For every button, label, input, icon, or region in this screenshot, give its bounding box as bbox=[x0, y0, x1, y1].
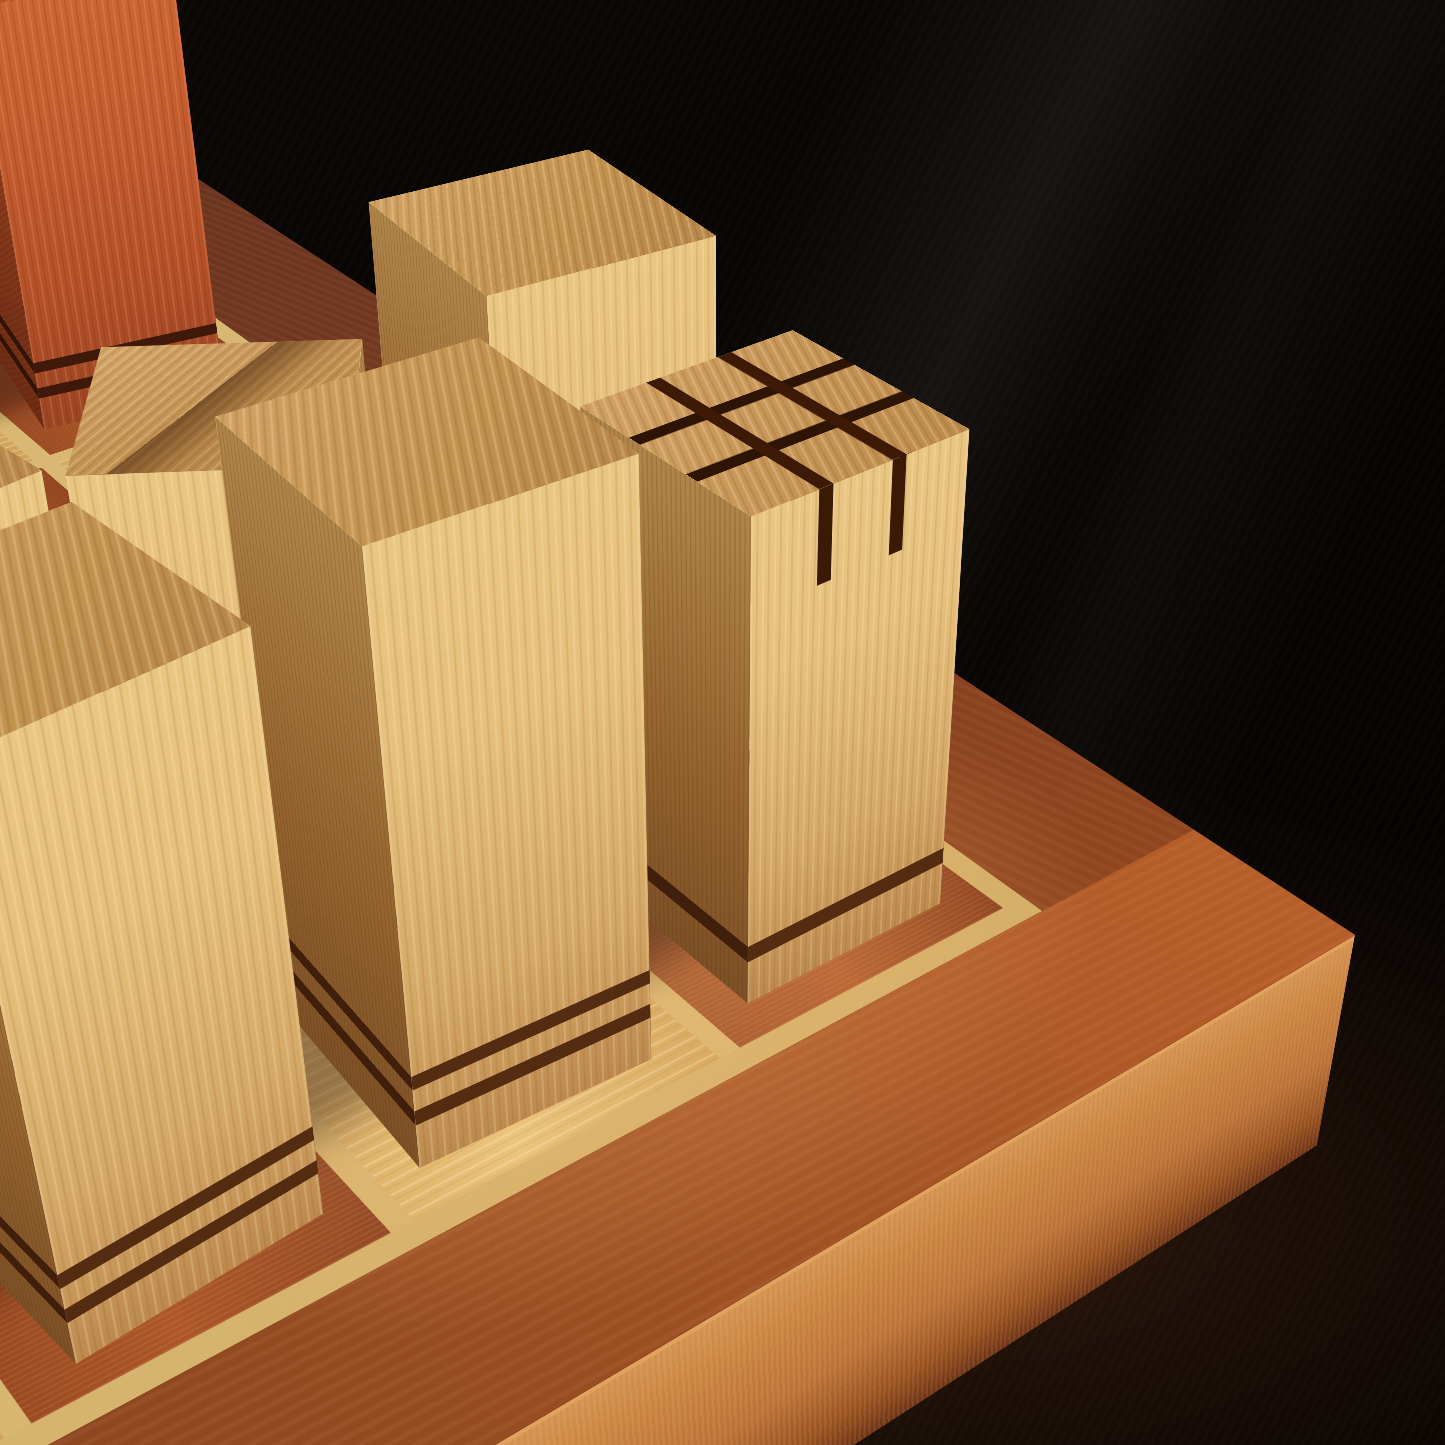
chessboard: ♕♔♖♙♘♗♟♛♚ bbox=[0, 7, 1355, 1445]
scene: ♕♔♖♙♘♗♟♛♚ bbox=[0, 0, 1445, 1445]
board-perspective-scene: ♕♔♖♙♘♗♟♛♚ bbox=[0, 0, 1445, 1445]
